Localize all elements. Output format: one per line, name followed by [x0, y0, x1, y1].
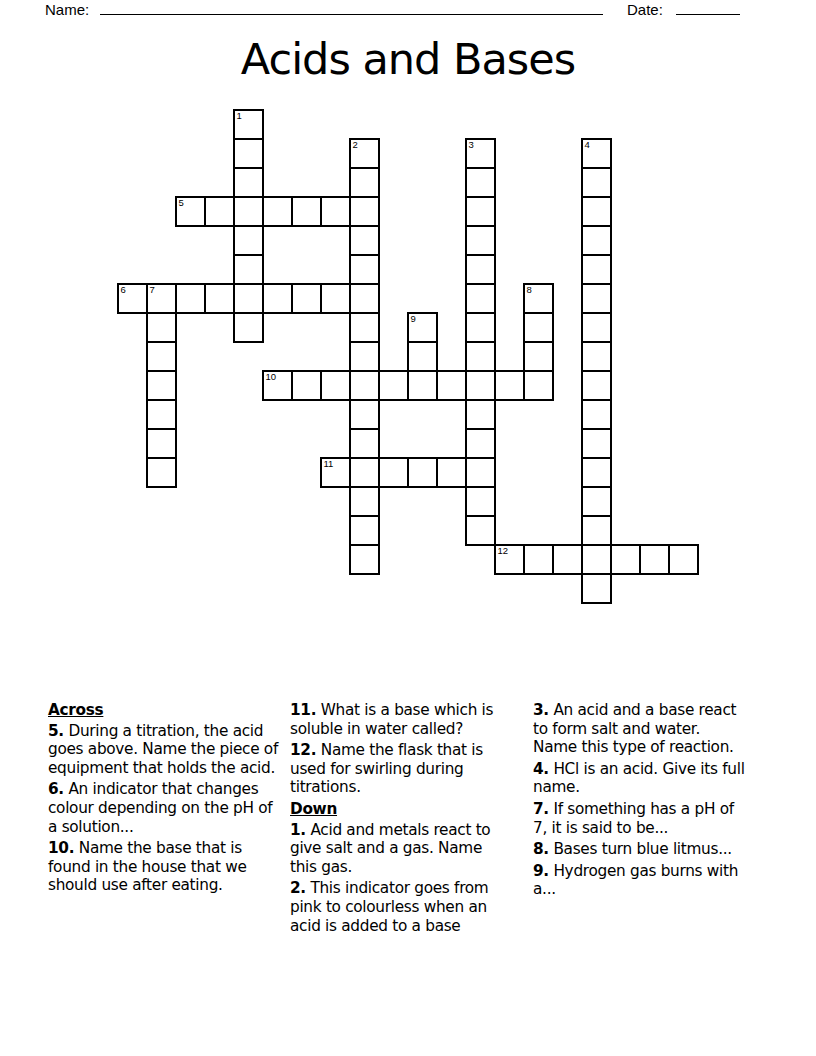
grid-cell[interactable]: 1 — [233, 109, 264, 140]
grid-cell[interactable] — [465, 428, 496, 459]
cell-number: 2 — [353, 140, 358, 150]
grid-cell[interactable] — [581, 370, 612, 401]
grid-cell[interactable] — [465, 457, 496, 488]
clue-text: 9. Hydrogen gas burns with a... — [533, 862, 746, 899]
grid-cell[interactable] — [146, 370, 177, 401]
grid-cell[interactable] — [349, 515, 380, 546]
grid-cell[interactable] — [465, 196, 496, 227]
grid-cell[interactable]: 4 — [581, 138, 612, 169]
clue-list-header: Down — [290, 800, 508, 819]
grid-cell[interactable] — [262, 283, 293, 314]
grid-cell[interactable] — [581, 428, 612, 459]
grid-cell[interactable] — [581, 399, 612, 430]
grid-cell[interactable] — [465, 254, 496, 285]
grid-cell[interactable] — [349, 341, 380, 372]
grid-cell[interactable] — [465, 399, 496, 430]
grid-cell[interactable] — [349, 544, 380, 575]
grid-cell[interactable] — [204, 283, 235, 314]
clue-number: 6. — [48, 780, 64, 798]
grid-cell[interactable] — [320, 283, 351, 314]
clue-number: 3. — [533, 701, 549, 719]
grid-cell[interactable] — [581, 341, 612, 372]
grid-cell[interactable] — [523, 370, 554, 401]
clue-text: 7. If something has a pH of 7, it is sai… — [533, 800, 746, 837]
name-label: Name: — [45, 1, 89, 18]
clues-column-3: 3. An acid and a base react to form salt… — [533, 701, 746, 902]
grid-cell[interactable]: 12 — [494, 544, 525, 575]
clue-text: 10. Name the base that is found in the h… — [48, 839, 279, 895]
grid-cell[interactable] — [581, 196, 612, 227]
grid-cell[interactable] — [233, 138, 264, 169]
grid-cell[interactable] — [233, 167, 264, 198]
clue-list-header: Across — [48, 701, 279, 720]
grid-cell[interactable] — [581, 225, 612, 256]
grid-cell[interactable] — [436, 370, 467, 401]
grid-cell[interactable] — [291, 196, 322, 227]
grid-cell[interactable] — [291, 283, 322, 314]
clue-number: 4. — [533, 760, 549, 778]
clue-number: 11. — [290, 701, 316, 719]
grid-cell[interactable] — [581, 254, 612, 285]
grid-cell[interactable] — [233, 283, 264, 314]
grid-cell[interactable] — [523, 544, 554, 575]
grid-cell[interactable] — [465, 283, 496, 314]
grid-cell[interactable]: 2 — [349, 138, 380, 169]
grid-cell[interactable] — [378, 370, 409, 401]
grid-cell[interactable] — [610, 544, 641, 575]
clue-number: 5. — [48, 722, 64, 740]
grid-cell[interactable] — [146, 341, 177, 372]
grid-cell[interactable] — [494, 370, 525, 401]
name-input-line[interactable] — [100, 0, 603, 15]
clue-number: 7. — [533, 800, 549, 818]
grid-cell[interactable] — [349, 283, 380, 314]
cell-number: 8 — [527, 285, 532, 295]
clue-text: 6. An indicator that changes colour depe… — [48, 780, 279, 836]
grid-cell[interactable] — [581, 544, 612, 575]
clue-text: 5. During a titration, the acid goes abo… — [48, 722, 279, 778]
grid-cell[interactable] — [407, 457, 438, 488]
clue-text: 11. What is a base which is soluble in w… — [290, 701, 508, 738]
grid-cell[interactable] — [349, 428, 380, 459]
grid-cell[interactable] — [146, 428, 177, 459]
crossword-grid: 123456789101112 — [117, 109, 701, 606]
grid-cell[interactable] — [407, 341, 438, 372]
grid-cell[interactable] — [233, 312, 264, 343]
grid-cell[interactable] — [581, 312, 612, 343]
clue-number: 12. — [290, 741, 316, 759]
cell-number: 5 — [179, 198, 184, 208]
grid-cell[interactable] — [465, 486, 496, 517]
grid-cell[interactable] — [465, 167, 496, 198]
grid-cell[interactable] — [407, 370, 438, 401]
grid-cell[interactable] — [465, 312, 496, 343]
grid-cell[interactable] — [523, 312, 554, 343]
grid-cell[interactable]: 11 — [320, 457, 351, 488]
grid-cell[interactable] — [349, 370, 380, 401]
grid-cell[interactable] — [581, 457, 612, 488]
grid-cell[interactable]: 6 — [117, 283, 148, 314]
cell-number: 1 — [237, 111, 242, 121]
grid-cell[interactable] — [465, 515, 496, 546]
grid-cell[interactable]: 5 — [175, 196, 206, 227]
grid-cell[interactable] — [233, 196, 264, 227]
grid-cell[interactable] — [349, 312, 380, 343]
grid-cell[interactable]: 10 — [262, 370, 293, 401]
clue-number: 10. — [48, 839, 74, 857]
clue-text: 12. Name the flask that is used for swir… — [290, 741, 508, 797]
grid-cell[interactable] — [465, 341, 496, 372]
grid-cell[interactable] — [204, 196, 235, 227]
clue-number: 8. — [533, 840, 549, 858]
cell-number: 7 — [150, 285, 155, 295]
clue-text: 4. HCl is an acid. Give its full name. — [533, 760, 746, 797]
date-label: Date: — [627, 1, 663, 18]
grid-cell[interactable] — [320, 370, 351, 401]
grid-cell[interactable] — [349, 167, 380, 198]
clue-number: 9. — [533, 862, 549, 880]
grid-cell[interactable]: 9 — [407, 312, 438, 343]
cell-number: 4 — [585, 140, 590, 150]
grid-cell[interactable] — [233, 225, 264, 256]
cell-number: 9 — [411, 314, 416, 324]
clue-text: 3. An acid and a base react to form salt… — [533, 701, 746, 757]
clues-column-2: 11. What is a base which is soluble in w… — [290, 701, 508, 938]
grid-cell[interactable] — [262, 196, 293, 227]
grid-cell[interactable] — [552, 544, 583, 575]
grid-cell[interactable] — [320, 196, 351, 227]
grid-cell[interactable] — [146, 399, 177, 430]
grid-cell[interactable] — [233, 254, 264, 285]
cell-number: 3 — [469, 140, 474, 150]
grid-cell[interactable] — [175, 283, 206, 314]
clue-number: 2. — [290, 879, 306, 897]
grid-cell[interactable] — [349, 196, 380, 227]
grid-cell[interactable]: 8 — [523, 283, 554, 314]
grid-cell[interactable] — [349, 225, 380, 256]
grid-cell[interactable] — [291, 370, 322, 401]
grid-cell[interactable] — [349, 486, 380, 517]
grid-cell[interactable] — [581, 167, 612, 198]
grid-cell[interactable] — [349, 254, 380, 285]
clue-text: 8. Bases turn blue litmus... — [533, 840, 746, 859]
grid-cell[interactable] — [465, 225, 496, 256]
grid-cell[interactable] — [639, 544, 670, 575]
grid-cell[interactable] — [523, 341, 554, 372]
clue-text: 2. This indicator goes from pink to colo… — [290, 879, 508, 935]
grid-cell[interactable] — [146, 312, 177, 343]
cell-number: 10 — [266, 372, 277, 382]
grid-cell[interactable] — [349, 399, 380, 430]
clue-number: 1. — [290, 821, 306, 839]
grid-cell[interactable] — [581, 515, 612, 546]
grid-cell[interactable] — [146, 457, 177, 488]
page-title: Acids and Bases — [0, 34, 816, 84]
clues-column-1: Across5. During a titration, the acid go… — [48, 701, 279, 898]
clue-text: 1. Acid and metals react to give salt an… — [290, 821, 508, 877]
grid-cell[interactable] — [581, 486, 612, 517]
grid-cell[interactable] — [581, 283, 612, 314]
grid-cell[interactable] — [581, 573, 612, 604]
grid-cell[interactable] — [465, 370, 496, 401]
date-input-line[interactable] — [676, 0, 740, 15]
cell-number: 6 — [121, 285, 126, 295]
grid-cell[interactable] — [378, 457, 409, 488]
grid-cell[interactable] — [436, 457, 467, 488]
grid-cell[interactable]: 3 — [465, 138, 496, 169]
cell-number: 12 — [498, 546, 509, 556]
cell-number: 11 — [324, 459, 334, 469]
grid-cell[interactable] — [668, 544, 699, 575]
grid-cell[interactable]: 7 — [146, 283, 177, 314]
grid-cell[interactable] — [349, 457, 380, 488]
